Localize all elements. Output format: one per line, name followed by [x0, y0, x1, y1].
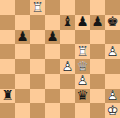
square-g1[interactable]: [90, 103, 105, 118]
piece-white-pawn[interactable]: ♟♙: [105, 44, 120, 59]
square-d2[interactable]: [45, 89, 60, 104]
square-d5[interactable]: [45, 44, 60, 59]
square-c4[interactable]: [30, 59, 45, 74]
square-c6[interactable]: [30, 30, 45, 45]
square-h4[interactable]: [105, 59, 120, 74]
square-c3[interactable]: [30, 74, 45, 89]
square-b3[interactable]: [15, 74, 30, 89]
square-e6[interactable]: [60, 30, 75, 45]
square-c7[interactable]: [30, 15, 45, 30]
square-e7[interactable]: ♝: [60, 15, 75, 30]
square-g4[interactable]: [90, 59, 105, 74]
pawn-glyph: ♟: [45, 30, 60, 45]
piece-black-pawn[interactable]: ♟: [90, 15, 105, 30]
pawn-glyph: ♟: [90, 15, 105, 30]
square-f2[interactable]: ♛: [75, 89, 90, 104]
square-a8[interactable]: [0, 0, 15, 15]
square-b8[interactable]: [15, 0, 30, 15]
square-h7[interactable]: ♚: [105, 15, 120, 30]
pawn-glyph-outline: ♙: [60, 59, 75, 74]
square-c1[interactable]: [30, 103, 45, 118]
chess-board: ♜♖♝♟♟♚♟♟♜♖♟♙♟♙♛♕♟♙♜♛♟♙♚♔: [0, 0, 120, 118]
square-b2[interactable]: [15, 89, 30, 104]
square-a1[interactable]: [0, 103, 15, 118]
bishop-glyph: ♝: [60, 15, 75, 30]
chess-board-screenshot: ♜♖♝♟♟♚♟♟♜♖♟♙♟♙♛♕♟♙♜♛♟♙♚♔: [0, 0, 120, 118]
square-b6[interactable]: ♟: [15, 30, 30, 45]
square-b4[interactable]: [15, 59, 30, 74]
square-b5[interactable]: [15, 44, 30, 59]
square-a2[interactable]: ♜: [0, 89, 15, 104]
square-h1[interactable]: ♚♔: [105, 103, 120, 118]
king-glyph: ♚: [105, 15, 120, 30]
piece-black-rook[interactable]: ♜: [0, 89, 15, 104]
square-d6[interactable]: ♟: [45, 30, 60, 45]
pawn-glyph: ♟: [75, 15, 90, 30]
square-e4[interactable]: ♟♙: [60, 59, 75, 74]
piece-black-pawn[interactable]: ♟: [15, 30, 30, 45]
piece-black-bishop[interactable]: ♝: [60, 15, 75, 30]
king-glyph-outline: ♔: [105, 103, 120, 118]
queen-glyph: ♛: [75, 89, 90, 104]
piece-black-pawn[interactable]: ♟: [45, 30, 60, 45]
square-f1[interactable]: [75, 103, 90, 118]
piece-white-rook[interactable]: ♜♖: [75, 44, 90, 59]
square-d3[interactable]: [45, 74, 60, 89]
piece-white-rook[interactable]: ♜♖: [30, 0, 45, 15]
square-a7[interactable]: [0, 15, 15, 30]
piece-white-king[interactable]: ♚♔: [105, 103, 120, 118]
square-g3[interactable]: [90, 74, 105, 89]
square-h5[interactable]: ♟♙: [105, 44, 120, 59]
square-d1[interactable]: [45, 103, 60, 118]
square-e5[interactable]: [60, 44, 75, 59]
square-a5[interactable]: [0, 44, 15, 59]
square-g6[interactable]: [90, 30, 105, 45]
square-g5[interactable]: [90, 44, 105, 59]
square-f5[interactable]: ♜♖: [75, 44, 90, 59]
square-c5[interactable]: [30, 44, 45, 59]
square-a4[interactable]: [0, 59, 15, 74]
square-f7[interactable]: ♟: [75, 15, 90, 30]
piece-black-king[interactable]: ♚: [105, 15, 120, 30]
square-e2[interactable]: [60, 89, 75, 104]
square-e1[interactable]: [60, 103, 75, 118]
square-a6[interactable]: [0, 30, 15, 45]
square-c2[interactable]: [30, 89, 45, 104]
pawn-glyph-outline: ♙: [105, 44, 120, 59]
piece-black-pawn[interactable]: ♟: [75, 15, 90, 30]
rook-glyph-outline: ♖: [75, 44, 90, 59]
square-g2[interactable]: [90, 89, 105, 104]
piece-white-pawn[interactable]: ♟♙: [60, 59, 75, 74]
square-d4[interactable]: [45, 59, 60, 74]
piece-black-queen[interactable]: ♛: [75, 89, 90, 104]
square-d8[interactable]: [45, 0, 60, 15]
square-b1[interactable]: [15, 103, 30, 118]
square-e3[interactable]: [60, 74, 75, 89]
rook-glyph-outline: ♖: [30, 0, 45, 15]
square-g7[interactable]: ♟: [90, 15, 105, 30]
pawn-glyph: ♟: [15, 30, 30, 45]
square-c8[interactable]: ♜♖: [30, 0, 45, 15]
rook-glyph: ♜: [0, 89, 15, 104]
